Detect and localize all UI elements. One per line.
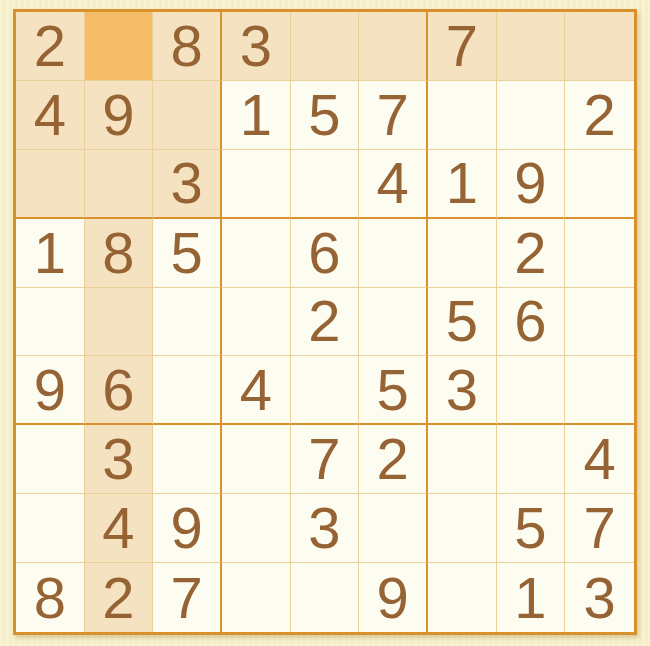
cell-r4c6[interactable] [359,219,428,288]
cell-r7c3[interactable] [153,425,222,494]
cell-r8c9[interactable]: 7 [565,494,634,563]
cell-r6c1[interactable]: 9 [16,356,85,425]
cell-r3c1[interactable] [16,150,85,219]
cell-r4c7[interactable] [428,219,497,288]
cell-r6c4[interactable]: 4 [222,356,291,425]
cell-r1c3[interactable]: 8 [153,12,222,81]
cell-r5c9[interactable] [565,288,634,357]
cell-r3c9[interactable] [565,150,634,219]
cell-r9c6[interactable]: 9 [359,563,428,632]
cell-r8c6[interactable] [359,494,428,563]
cell-r4c2[interactable]: 8 [85,219,154,288]
cell-r2c6[interactable]: 7 [359,81,428,150]
cell-r9c5[interactable] [291,563,360,632]
cell-r8c1[interactable] [16,494,85,563]
cell-r4c9[interactable] [565,219,634,288]
cell-r5c1[interactable] [16,288,85,357]
cell-r4c1[interactable]: 1 [16,219,85,288]
cell-r6c7[interactable]: 3 [428,356,497,425]
cell-r5c6[interactable] [359,288,428,357]
cell-r9c4[interactable] [222,563,291,632]
cell-r5c7[interactable]: 5 [428,288,497,357]
cell-r2c4[interactable]: 1 [222,81,291,150]
cell-r3c2[interactable] [85,150,154,219]
cell-r7c5[interactable]: 7 [291,425,360,494]
cell-r7c7[interactable] [428,425,497,494]
cell-r9c3[interactable]: 7 [153,563,222,632]
cell-r7c2[interactable]: 3 [85,425,154,494]
cell-r1c8[interactable] [497,12,566,81]
cell-r9c8[interactable]: 1 [497,563,566,632]
cell-r7c4[interactable] [222,425,291,494]
cell-r2c8[interactable] [497,81,566,150]
cell-r8c3[interactable]: 9 [153,494,222,563]
cell-r4c3[interactable]: 5 [153,219,222,288]
cell-r2c7[interactable] [428,81,497,150]
cell-r1c5[interactable] [291,12,360,81]
cell-r5c3[interactable] [153,288,222,357]
cell-r3c4[interactable] [222,150,291,219]
cell-r4c8[interactable]: 2 [497,219,566,288]
cell-r9c2[interactable]: 2 [85,563,154,632]
sudoku-board: 2837491572341918562256964533724493578279… [13,9,637,635]
cell-r8c2[interactable]: 4 [85,494,154,563]
cell-r1c9[interactable] [565,12,634,81]
cell-r1c7[interactable]: 7 [428,12,497,81]
cell-r5c4[interactable] [222,288,291,357]
cell-r7c9[interactable]: 4 [565,425,634,494]
cell-r7c8[interactable] [497,425,566,494]
cell-r9c9[interactable]: 3 [565,563,634,632]
cell-r4c5[interactable]: 6 [291,219,360,288]
cell-r1c2[interactable] [85,12,154,81]
cell-r2c1[interactable]: 4 [16,81,85,150]
cell-r6c3[interactable] [153,356,222,425]
cell-r2c2[interactable]: 9 [85,81,154,150]
cell-r1c4[interactable]: 3 [222,12,291,81]
cell-r7c6[interactable]: 2 [359,425,428,494]
cell-r8c7[interactable] [428,494,497,563]
cell-r2c3[interactable] [153,81,222,150]
cell-r9c7[interactable] [428,563,497,632]
cell-r9c1[interactable]: 8 [16,563,85,632]
cell-r8c8[interactable]: 5 [497,494,566,563]
cell-r2c5[interactable]: 5 [291,81,360,150]
cell-r6c9[interactable] [565,356,634,425]
cell-r1c6[interactable] [359,12,428,81]
cell-r2c9[interactable]: 2 [565,81,634,150]
cell-r6c6[interactable]: 5 [359,356,428,425]
cell-r3c3[interactable]: 3 [153,150,222,219]
cell-r3c6[interactable]: 4 [359,150,428,219]
cell-r5c2[interactable] [85,288,154,357]
cell-r8c5[interactable]: 3 [291,494,360,563]
cell-r5c8[interactable]: 6 [497,288,566,357]
cell-r6c2[interactable]: 6 [85,356,154,425]
cell-r5c5[interactable]: 2 [291,288,360,357]
cell-r8c4[interactable] [222,494,291,563]
cell-r1c1[interactable]: 2 [16,12,85,81]
cell-r6c5[interactable] [291,356,360,425]
cell-r6c8[interactable] [497,356,566,425]
cell-r3c5[interactable] [291,150,360,219]
cell-r3c7[interactable]: 1 [428,150,497,219]
cell-r3c8[interactable]: 9 [497,150,566,219]
cell-r7c1[interactable] [16,425,85,494]
cell-r4c4[interactable] [222,219,291,288]
